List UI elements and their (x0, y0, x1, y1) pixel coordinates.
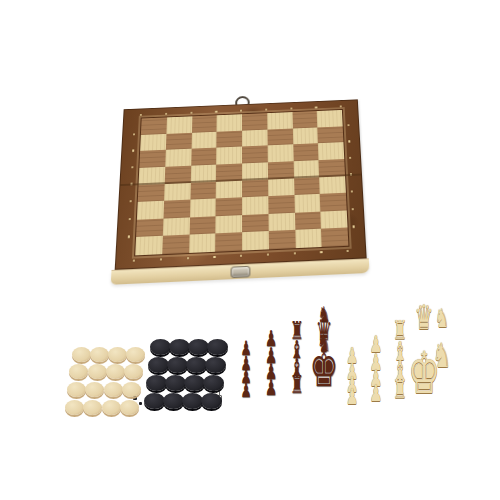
brass-pin (186, 257, 189, 260)
brass-pin (132, 149, 134, 151)
board-square (242, 146, 268, 164)
board-square (217, 130, 242, 147)
board-square (162, 235, 189, 254)
brass-pin (265, 108, 267, 110)
brass-pin (131, 166, 134, 168)
chess-piece-king: ♚ (310, 342, 339, 394)
board-square (318, 142, 344, 160)
board-square (190, 199, 216, 218)
brass-pin (213, 255, 216, 258)
board-square (321, 210, 348, 229)
board-square (295, 229, 322, 248)
brass-pin (140, 113, 142, 115)
checker-piece (163, 393, 184, 409)
brass-pin (128, 235, 131, 238)
chess-piece-pawn: ♟ (370, 382, 383, 405)
brass-pin (165, 112, 167, 114)
board-square (267, 112, 292, 129)
brass-pin (129, 218, 132, 221)
board-square (215, 233, 242, 252)
board-square (320, 193, 347, 212)
checker-piece (122, 382, 141, 397)
board-square (217, 114, 242, 131)
board-square (318, 126, 344, 143)
brass-pin (340, 105, 342, 107)
brass-pin (351, 208, 354, 210)
board-square (189, 234, 216, 253)
chess-piece-rook: ♜ (290, 372, 304, 397)
board-square (135, 236, 162, 255)
brass-pin (347, 124, 349, 126)
board-square (268, 213, 295, 232)
board-square (216, 197, 242, 216)
brass-pin (130, 200, 133, 202)
board-square (139, 150, 165, 168)
brass-pin (240, 109, 242, 111)
board-square (242, 196, 268, 215)
board-square (137, 201, 164, 220)
board-square (136, 218, 163, 237)
checker-piece (167, 357, 188, 373)
board-square (140, 134, 166, 152)
board-square (317, 110, 343, 127)
board-square (163, 200, 190, 219)
checker-piece (146, 375, 167, 391)
product-photo: ♟♟♟♟♟♟♟♟♜♝♝♜♞♛♞♚ ♟♟♟♟♟♟♟♟♜♝♝♜♛♚♞♞ (0, 0, 500, 500)
brass-pin (315, 106, 317, 108)
chess-piece-pawn: ♟ (240, 380, 251, 400)
checker-piece (148, 357, 169, 373)
board-square (166, 132, 192, 150)
folding-chessboard-box (114, 99, 368, 285)
chess-piece-pawn: ♟ (265, 377, 277, 399)
board-square (321, 228, 348, 247)
checker-piece (201, 393, 222, 409)
checker-piece (102, 400, 121, 415)
board-frame (115, 99, 367, 269)
brass-pin (215, 110, 217, 112)
board-square (216, 180, 242, 198)
board-square (319, 176, 346, 194)
brass-pin (267, 253, 270, 256)
board-square (242, 214, 268, 233)
checker-piece (205, 357, 226, 373)
brass-pin (350, 190, 353, 192)
board-square (268, 178, 294, 196)
board-square (189, 216, 216, 235)
board-square (191, 148, 217, 166)
board-square (141, 117, 167, 134)
board-square (294, 194, 321, 213)
board-square (292, 111, 318, 128)
chess-piece-rook: ♜ (393, 376, 407, 402)
brass-pin (133, 133, 135, 135)
board-square (166, 116, 192, 133)
chess-piece-knight: ♞ (435, 305, 449, 331)
board-square (292, 127, 318, 144)
board-square (191, 115, 216, 132)
chess-piece-pawn: ♟ (346, 386, 358, 408)
board-square (294, 211, 321, 230)
board-square (267, 128, 293, 145)
checker-piece (203, 375, 224, 391)
board-square (267, 145, 293, 163)
brass-pin (133, 259, 136, 262)
board-square (164, 183, 190, 201)
board-square (216, 147, 242, 165)
chess-piece-queen: ♛ (415, 300, 434, 334)
board-square (242, 129, 267, 146)
brass-pin (347, 249, 350, 252)
checker-piece (67, 382, 86, 397)
checker-piece (104, 382, 123, 397)
checker-piece (182, 393, 203, 409)
board-square (294, 177, 320, 195)
board-square (268, 230, 295, 249)
checker-piece (186, 357, 207, 373)
checker-piece (165, 375, 186, 391)
board-square (242, 179, 268, 197)
checker-piece (120, 400, 139, 415)
board-square (293, 143, 319, 161)
checker-piece (88, 364, 107, 379)
brass-pin (349, 157, 351, 159)
board-square (190, 181, 216, 199)
board-square (138, 184, 165, 202)
brass-pin (160, 258, 163, 261)
board-square (216, 215, 242, 234)
brass-pin (293, 252, 296, 255)
checker-piece (65, 400, 84, 415)
checker-piece (144, 393, 165, 409)
checker-piece (184, 375, 205, 391)
brass-pin (240, 254, 242, 257)
board-square (268, 195, 294, 214)
checker-piece (106, 364, 125, 379)
clasp-icon (231, 266, 251, 278)
brass-pin (348, 140, 350, 142)
board-square (242, 231, 269, 250)
board-square (191, 131, 217, 148)
board-square (242, 113, 267, 130)
brass-pin (290, 107, 292, 109)
brass-pin (352, 225, 355, 228)
board-square (163, 217, 190, 236)
brass-pin (320, 251, 323, 254)
checker-piece (83, 400, 102, 415)
chess-piece-king: ♚ (408, 344, 440, 402)
brass-pin (190, 111, 192, 113)
board-square (165, 149, 191, 167)
